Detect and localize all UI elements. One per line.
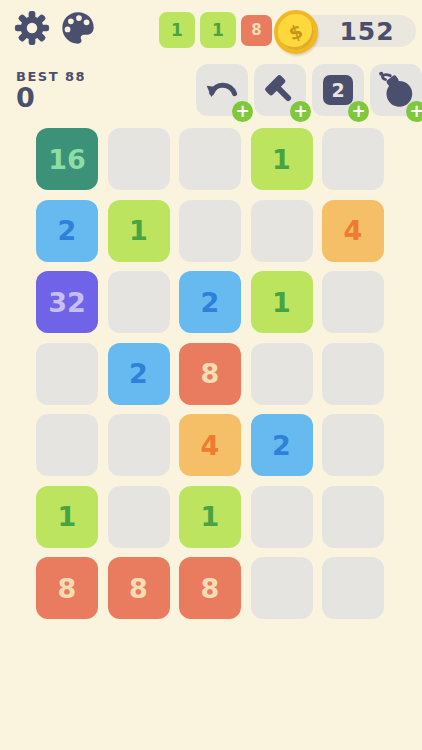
board: 1612143221284211888 xyxy=(36,128,384,619)
tile-1-r6c3[interactable]: 1 xyxy=(179,486,241,548)
settings-button[interactable] xyxy=(12,8,52,48)
hammer-button[interactable]: + xyxy=(254,64,306,116)
undo-icon xyxy=(205,77,239,103)
empty-cell-r4c5[interactable] xyxy=(322,343,384,405)
empty-cell-r1c3[interactable] xyxy=(179,128,241,190)
queue-tile-3: 8 xyxy=(241,15,272,46)
tile-16-r1c1[interactable]: 16 xyxy=(36,128,98,190)
empty-cell-r5c1[interactable] xyxy=(36,414,98,476)
tile-1-r3c4[interactable]: 1 xyxy=(251,271,313,333)
tile-8-r7c3[interactable]: 8 xyxy=(179,557,241,619)
queue-tile-1: 1 xyxy=(159,12,195,48)
tile-2-r2c1[interactable]: 2 xyxy=(36,200,98,262)
bomb-button[interactable]: + xyxy=(370,64,422,116)
empty-cell-r3c2[interactable] xyxy=(108,271,170,333)
empty-cell-r6c2[interactable] xyxy=(108,486,170,548)
empty-cell-r5c2[interactable] xyxy=(108,414,170,476)
empty-cell-r7c4[interactable] xyxy=(251,557,313,619)
tile-32-r3c1[interactable]: 32 xyxy=(36,271,98,333)
palette-icon xyxy=(59,9,97,47)
tile2-powerup-button[interactable]: 2 + xyxy=(312,64,364,116)
tile-1-r2c2[interactable]: 1 xyxy=(108,200,170,262)
gear-icon xyxy=(13,9,51,47)
add-hammer-badge[interactable]: + xyxy=(290,101,311,122)
tile-8-r7c2[interactable]: 8 xyxy=(108,557,170,619)
add-bomb-badge[interactable]: + xyxy=(406,101,422,122)
empty-cell-r3c5[interactable] xyxy=(322,271,384,333)
next-tiles-queue: 1 1 8 xyxy=(159,12,272,48)
queue-tile-2: 1 xyxy=(200,12,236,48)
coin-icon: $ xyxy=(274,10,318,54)
tile-2-icon: 2 xyxy=(323,75,353,105)
app-root: 1 1 8 152 $ BEST 88 0 + + xyxy=(0,0,422,750)
empty-cell-r4c4[interactable] xyxy=(251,343,313,405)
empty-cell-r1c2[interactable] xyxy=(108,128,170,190)
tile-8-r7c1[interactable]: 8 xyxy=(36,557,98,619)
empty-cell-r7c5[interactable] xyxy=(322,557,384,619)
empty-cell-r5c5[interactable] xyxy=(322,414,384,476)
tile-2-r3c3[interactable]: 2 xyxy=(179,271,241,333)
empty-cell-r2c4[interactable] xyxy=(251,200,313,262)
tile-4-r2c5[interactable]: 4 xyxy=(322,200,384,262)
powerup-toolbar: + + 2 + + xyxy=(196,64,422,116)
undo-button[interactable]: + xyxy=(196,64,248,116)
tile-1-r1c4[interactable]: 1 xyxy=(251,128,313,190)
add-undo-badge[interactable]: + xyxy=(232,101,253,122)
coin-symbol: $ xyxy=(286,19,306,44)
empty-cell-r4c1[interactable] xyxy=(36,343,98,405)
empty-cell-r6c4[interactable] xyxy=(251,486,313,548)
tile-8-r4c3[interactable]: 8 xyxy=(179,343,241,405)
add-tile2-badge[interactable]: + xyxy=(348,101,369,122)
empty-cell-r1c5[interactable] xyxy=(322,128,384,190)
tile-4-r5c3[interactable]: 4 xyxy=(179,414,241,476)
tile-2-r4c2[interactable]: 2 xyxy=(108,343,170,405)
empty-cell-r2c3[interactable] xyxy=(179,200,241,262)
theme-button[interactable] xyxy=(58,8,98,48)
tile-2-r5c4[interactable]: 2 xyxy=(251,414,313,476)
coin-count: 152 xyxy=(339,17,394,46)
tile-1-r6c1[interactable]: 1 xyxy=(36,486,98,548)
current-score: 0 xyxy=(16,82,35,113)
empty-cell-r6c5[interactable] xyxy=(322,486,384,548)
